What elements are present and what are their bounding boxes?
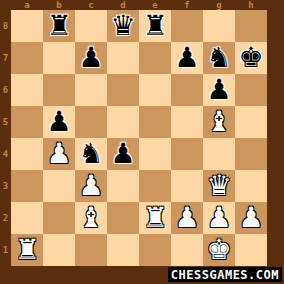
square-h8[interactable] <box>235 10 267 42</box>
rank-label-8: 8 <box>0 10 11 42</box>
rank-labels: 87654321 <box>0 10 11 266</box>
square-a4[interactable] <box>11 138 43 170</box>
white-rook-a1[interactable]: ♜ <box>14 234 39 266</box>
square-c1[interactable] <box>75 234 107 266</box>
rank-label-3: 3 <box>0 170 11 202</box>
file-label-a: a <box>11 0 43 10</box>
square-g6[interactable]: ♟ <box>203 74 235 106</box>
square-e6[interactable] <box>139 74 171 106</box>
black-pawn-g6[interactable]: ♟ <box>206 74 231 106</box>
square-b6[interactable] <box>43 74 75 106</box>
file-label-f: f <box>171 0 203 10</box>
square-a7[interactable] <box>11 42 43 74</box>
square-a5[interactable] <box>11 106 43 138</box>
square-c5[interactable] <box>75 106 107 138</box>
white-bishop-c2[interactable]: ♝ <box>78 202 103 234</box>
black-pawn-f7[interactable]: ♟ <box>174 42 199 74</box>
file-label-g: g <box>203 0 235 10</box>
square-h3[interactable] <box>235 170 267 202</box>
black-pawn-c7[interactable]: ♟ <box>78 42 103 74</box>
square-a2[interactable] <box>11 202 43 234</box>
square-d4[interactable]: ♟ <box>107 138 139 170</box>
square-a1[interactable]: ♜ <box>11 234 43 266</box>
black-knight-c4[interactable]: ♞ <box>78 138 103 170</box>
watermark: CHESSGAMES.COM <box>168 267 282 282</box>
square-f3[interactable] <box>171 170 203 202</box>
rank-label-2: 2 <box>0 202 11 234</box>
square-e2[interactable]: ♜ <box>139 202 171 234</box>
file-label-c: c <box>75 0 107 10</box>
square-d1[interactable] <box>107 234 139 266</box>
black-pawn-d4[interactable]: ♟ <box>110 138 135 170</box>
square-b4[interactable]: ♟ <box>43 138 75 170</box>
square-f6[interactable] <box>171 74 203 106</box>
chess-diagram: abcdefgh 87654321 ♜♛♜♟♟♞♚♟♟♝♟♞♟♟♛♝♜♟♟♟♜♚… <box>0 0 284 284</box>
white-pawn-b4[interactable]: ♟ <box>46 138 71 170</box>
rank-label-6: 6 <box>0 74 11 106</box>
white-pawn-g2[interactable]: ♟ <box>206 202 231 234</box>
square-e5[interactable] <box>139 106 171 138</box>
square-f1[interactable] <box>171 234 203 266</box>
square-b5[interactable]: ♟ <box>43 106 75 138</box>
square-d2[interactable] <box>107 202 139 234</box>
square-f7[interactable]: ♟ <box>171 42 203 74</box>
white-pawn-h2[interactable]: ♟ <box>238 202 263 234</box>
rank-label-4: 4 <box>0 138 11 170</box>
square-e4[interactable] <box>139 138 171 170</box>
square-a6[interactable] <box>11 74 43 106</box>
white-bishop-g5[interactable]: ♝ <box>206 106 231 138</box>
black-rook-e8[interactable]: ♜ <box>142 10 167 42</box>
square-c8[interactable] <box>75 10 107 42</box>
rank-label-5: 5 <box>0 106 11 138</box>
square-c6[interactable] <box>75 74 107 106</box>
square-h7[interactable]: ♚ <box>235 42 267 74</box>
square-c7[interactable]: ♟ <box>75 42 107 74</box>
square-g4[interactable] <box>203 138 235 170</box>
square-b3[interactable] <box>43 170 75 202</box>
rank-label-1: 1 <box>0 234 11 266</box>
black-knight-g7[interactable]: ♞ <box>206 42 231 74</box>
square-d6[interactable] <box>107 74 139 106</box>
chess-board: ♜♛♜♟♟♞♚♟♟♝♟♞♟♟♛♝♜♟♟♟♜♚ <box>11 10 267 266</box>
square-f5[interactable] <box>171 106 203 138</box>
square-g8[interactable] <box>203 10 235 42</box>
square-g2[interactable]: ♟ <box>203 202 235 234</box>
square-c4[interactable]: ♞ <box>75 138 107 170</box>
square-f2[interactable]: ♟ <box>171 202 203 234</box>
white-pawn-c3[interactable]: ♟ <box>78 170 103 202</box>
square-h2[interactable]: ♟ <box>235 202 267 234</box>
black-queen-d8[interactable]: ♛ <box>110 10 135 42</box>
square-h1[interactable] <box>235 234 267 266</box>
square-b8[interactable]: ♜ <box>43 10 75 42</box>
square-b1[interactable] <box>43 234 75 266</box>
square-h6[interactable] <box>235 74 267 106</box>
square-a3[interactable] <box>11 170 43 202</box>
watermark-label: CHESSGAMES.COM <box>171 268 279 282</box>
square-c3[interactable]: ♟ <box>75 170 107 202</box>
square-g3[interactable]: ♛ <box>203 170 235 202</box>
file-label-h: h <box>235 0 267 10</box>
white-queen-g3[interactable]: ♛ <box>206 170 231 202</box>
black-pawn-b5[interactable]: ♟ <box>46 106 71 138</box>
square-b2[interactable] <box>43 202 75 234</box>
square-f4[interactable] <box>171 138 203 170</box>
square-e7[interactable] <box>139 42 171 74</box>
square-d7[interactable] <box>107 42 139 74</box>
rank-label-7: 7 <box>0 42 11 74</box>
square-g7[interactable]: ♞ <box>203 42 235 74</box>
square-d5[interactable] <box>107 106 139 138</box>
square-c2[interactable]: ♝ <box>75 202 107 234</box>
square-b7[interactable] <box>43 42 75 74</box>
black-rook-b8[interactable]: ♜ <box>46 10 71 42</box>
square-g5[interactable]: ♝ <box>203 106 235 138</box>
square-d3[interactable] <box>107 170 139 202</box>
square-d8[interactable]: ♛ <box>107 10 139 42</box>
square-e3[interactable] <box>139 170 171 202</box>
black-king-h7[interactable]: ♚ <box>238 42 263 74</box>
square-e8[interactable]: ♜ <box>139 10 171 42</box>
square-f8[interactable] <box>171 10 203 42</box>
square-h4[interactable] <box>235 138 267 170</box>
square-h5[interactable] <box>235 106 267 138</box>
white-pawn-f2[interactable]: ♟ <box>174 202 199 234</box>
square-g1[interactable]: ♚ <box>203 234 235 266</box>
square-e1[interactable] <box>139 234 171 266</box>
white-rook-e2[interactable]: ♜ <box>142 202 167 234</box>
square-a8[interactable] <box>11 10 43 42</box>
white-king-g1[interactable]: ♚ <box>206 234 231 266</box>
